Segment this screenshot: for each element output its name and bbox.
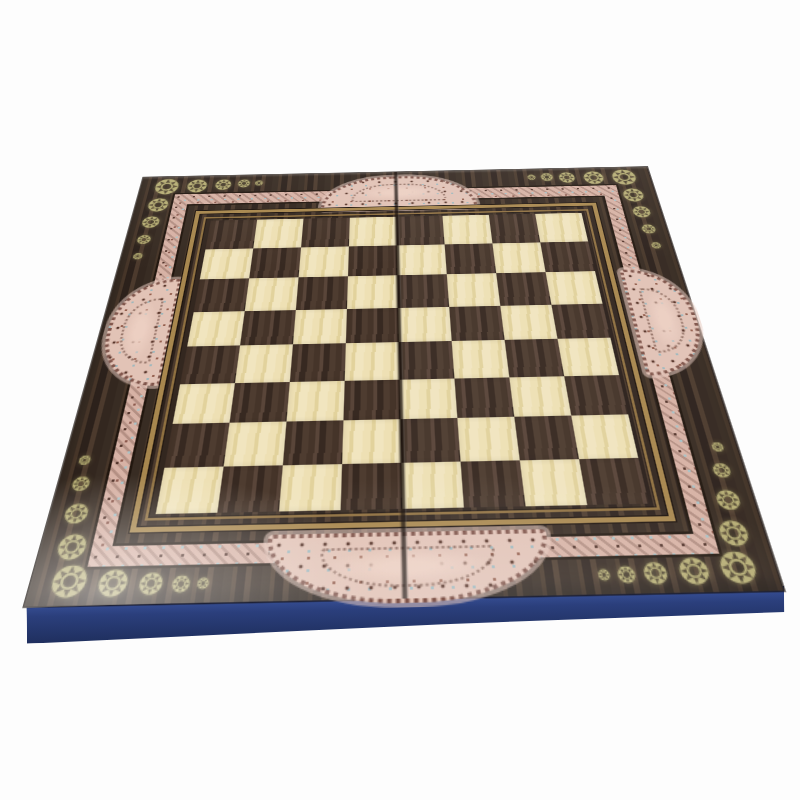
gold-starburst-ornament: ❂	[714, 548, 764, 591]
square-h3[interactable]	[564, 375, 628, 416]
gold-starburst-ornament: ❂	[214, 178, 233, 192]
square-a8[interactable]	[205, 220, 257, 249]
square-a3[interactable]	[173, 383, 235, 424]
gold-starburst-ornament: ❂	[77, 454, 93, 467]
square-e2[interactable]	[400, 418, 460, 462]
gold-starburst-ornament: ❂	[557, 171, 577, 184]
square-h5[interactable]	[551, 303, 610, 339]
gold-starburst-ornament: ❂	[136, 569, 166, 598]
square-d8[interactable]	[349, 217, 397, 246]
square-a2[interactable]	[164, 423, 229, 467]
square-d6[interactable]	[347, 275, 398, 308]
gold-starburst-ornament: ❂	[527, 174, 537, 181]
gold-starburst-ornament: ❂	[69, 475, 92, 495]
square-c7[interactable]	[299, 246, 349, 277]
gold-starburst-ornament: ❂	[597, 568, 612, 582]
square-c2[interactable]	[283, 420, 344, 464]
square-h1[interactable]	[579, 457, 649, 505]
square-f4[interactable]	[452, 340, 510, 378]
square-c6[interactable]	[296, 276, 348, 309]
square-f7[interactable]	[445, 243, 497, 274]
gold-starburst-ornament: ❂	[135, 234, 152, 246]
square-a5[interactable]	[187, 311, 245, 347]
square-c3[interactable]	[287, 380, 345, 421]
square-e6[interactable]	[397, 274, 449, 307]
square-b1[interactable]	[217, 465, 283, 513]
square-c8[interactable]	[301, 218, 350, 247]
square-e5[interactable]	[398, 306, 452, 342]
photo-background: ❂❂❂❂❂❂❂❂❂❂❂❂❂❂❂❂❂❂❂❂❂❂❂❂❂❂❂❂❂❂❂❂❂❂❂❂	[0, 0, 800, 800]
square-g1[interactable]	[520, 459, 588, 507]
gold-starburst-ornament: ❂	[710, 441, 726, 454]
square-c4[interactable]	[290, 343, 346, 381]
square-b7[interactable]	[249, 247, 301, 278]
square-a6[interactable]	[194, 278, 249, 311]
gold-starburst-ornament: ❂	[640, 224, 658, 236]
square-e8[interactable]	[396, 216, 444, 245]
gold-starburst-ornament: ❂	[196, 577, 210, 592]
gold-starburst-ornament: ❂	[615, 564, 638, 586]
board-photo: ❂❂❂❂❂❂❂❂❂❂❂❂❂❂❂❂❂❂❂❂❂❂❂❂❂❂❂❂❂❂❂❂❂❂❂❂	[0, 0, 800, 800]
gold-starburst-ornament: ❂	[139, 215, 161, 230]
square-c5[interactable]	[293, 309, 347, 345]
gold-starburst-ornament: ❂	[675, 553, 715, 589]
square-b8[interactable]	[253, 219, 303, 248]
square-h6[interactable]	[546, 271, 603, 304]
gold-starburst-ornament: ❂	[650, 241, 663, 250]
square-f3[interactable]	[454, 377, 514, 418]
square-g3[interactable]	[509, 376, 571, 417]
square-e1[interactable]	[401, 461, 464, 509]
gold-starburst-ornament: ❂	[540, 172, 555, 182]
gold-starburst-ornament: ❂	[581, 169, 606, 186]
square-e7[interactable]	[397, 244, 447, 275]
gold-starburst-ornament: ❂	[94, 565, 133, 601]
square-d5[interactable]	[346, 308, 399, 344]
square-a7[interactable]	[200, 248, 254, 279]
medallion-bottom-center	[262, 529, 556, 606]
gold-starburst-ornament: ❂	[60, 501, 91, 528]
square-c1[interactable]	[279, 463, 342, 511]
gold-starburst-ornament: ❂	[132, 252, 144, 261]
square-b3[interactable]	[230, 381, 290, 422]
square-a4[interactable]	[180, 345, 240, 383]
square-d7[interactable]	[348, 245, 397, 276]
square-h8[interactable]	[535, 213, 588, 242]
square-e3[interactable]	[400, 378, 458, 419]
square-d4[interactable]	[345, 342, 400, 380]
square-g7[interactable]	[492, 242, 545, 273]
square-g5[interactable]	[500, 304, 557, 340]
gold-starburst-ornament: ❂	[712, 488, 745, 515]
gold-starburst-ornament: ❂	[254, 180, 263, 187]
square-g4[interactable]	[505, 339, 565, 377]
square-b4[interactable]	[235, 344, 293, 382]
square-d3[interactable]	[343, 379, 400, 420]
square-e4[interactable]	[399, 341, 455, 379]
square-f6[interactable]	[447, 273, 500, 306]
square-h2[interactable]	[571, 414, 638, 458]
square-g6[interactable]	[496, 272, 551, 305]
gold-starburst-ornament: ❂	[710, 462, 734, 481]
gold-starburst-ornament: ❂	[620, 186, 647, 204]
square-f2[interactable]	[457, 417, 519, 461]
gold-starburst-ornament: ❂	[630, 205, 653, 220]
square-b5[interactable]	[240, 310, 296, 346]
square-f5[interactable]	[449, 305, 504, 341]
square-h4[interactable]	[558, 338, 619, 376]
square-f8[interactable]	[442, 215, 492, 244]
square-f1[interactable]	[461, 460, 526, 508]
square-b2[interactable]	[224, 422, 287, 466]
square-d2[interactable]	[342, 419, 401, 463]
gold-starburst-ornament: ❂	[170, 574, 192, 596]
gold-starburst-ornament: ❂	[45, 561, 93, 604]
square-g2[interactable]	[514, 416, 579, 460]
gold-starburst-ornament: ❂	[237, 179, 251, 189]
gold-starburst-ornament: ❂	[185, 178, 210, 195]
square-b6[interactable]	[245, 277, 299, 310]
square-g8[interactable]	[489, 214, 540, 243]
square-a1[interactable]	[156, 466, 224, 514]
gold-starburst-ornament: ❂	[145, 196, 171, 214]
square-h7[interactable]	[540, 241, 595, 272]
board-perspective-wrapper: ❂❂❂❂❂❂❂❂❂❂❂❂❂❂❂❂❂❂❂❂❂❂❂❂❂❂❂❂❂❂❂❂❂❂❂❂	[143, 167, 656, 617]
gold-starburst-ornament: ❂	[641, 559, 672, 588]
square-d1[interactable]	[341, 462, 403, 510]
board-top-face: ❂❂❂❂❂❂❂❂❂❂❂❂❂❂❂❂❂❂❂❂❂❂❂❂❂❂❂❂❂❂❂❂❂❂❂❂	[24, 167, 784, 607]
